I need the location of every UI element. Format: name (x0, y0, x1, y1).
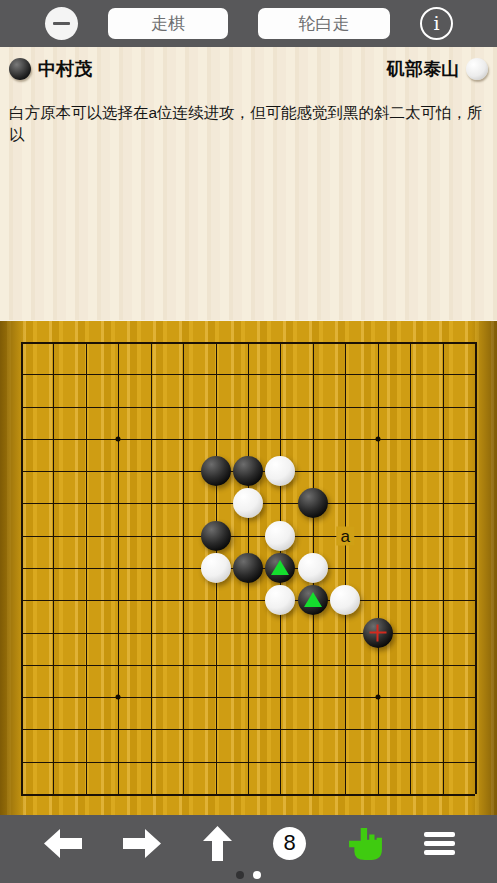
board-label-a: a (337, 526, 354, 545)
stone-black (233, 456, 263, 486)
white-player-name: 矶部泰山 (387, 57, 459, 81)
move-button[interactable]: 走棋 (108, 8, 228, 39)
hand-pointer-icon (348, 826, 383, 861)
stone-white (265, 521, 295, 551)
star-point (116, 436, 121, 441)
next-move-button[interactable] (123, 829, 161, 858)
up-button[interactable] (203, 826, 232, 861)
stone-white (265, 456, 295, 486)
turn-indicator-button[interactable]: 轮白走 (258, 8, 390, 39)
arrow-up-icon (203, 826, 232, 861)
bottom-toolbar: 8 (0, 815, 497, 883)
page-dot-active[interactable] (253, 871, 261, 879)
star-point (116, 695, 121, 700)
page-dots (0, 871, 497, 879)
star-point (375, 695, 380, 700)
stone-black (201, 521, 231, 551)
black-player-name: 中村茂 (38, 57, 92, 81)
star-point (375, 436, 380, 441)
info-icon: i (433, 14, 439, 33)
commentary-text: 白方原本可以选择在a位连续进攻，但可能感觉到黑的斜二太可怕，所以 (0, 90, 497, 146)
arrow-left-icon (44, 829, 82, 858)
move-number-badge: 8 (273, 827, 306, 860)
toolbar-icons: 8 (0, 815, 497, 861)
commentary-panel: 中村茂 矶部泰山 白方原本可以选择在a位连续进攻，但可能感觉到黑的斜二太可怕，所… (0, 47, 497, 320)
white-stone-icon (466, 58, 488, 80)
player-bar: 中村茂 矶部泰山 (0, 47, 497, 90)
grid-line-vertical (345, 342, 346, 794)
player-white: 矶部泰山 (387, 57, 488, 81)
stone-white (233, 488, 263, 518)
grid-line-horizontal (21, 697, 475, 698)
grid-line-vertical (443, 342, 444, 794)
stone-white (265, 585, 295, 615)
grid-line-vertical (378, 342, 379, 794)
stone-white (330, 585, 360, 615)
black-stone-icon (9, 58, 31, 80)
grid-line-horizontal (21, 729, 475, 730)
prev-move-button[interactable] (44, 829, 82, 858)
stone-black-triangle (298, 585, 328, 615)
cross-marker-icon (369, 624, 386, 641)
page-dot-inactive[interactable] (236, 871, 244, 879)
grid-line-horizontal (21, 794, 475, 796)
arrow-right-icon (123, 829, 161, 858)
triangle-marker-icon (271, 560, 289, 575)
stone-black-triangle (265, 553, 295, 583)
stone-black-cross (363, 618, 393, 648)
grid-line-horizontal (21, 762, 475, 763)
grid-line-horizontal (21, 633, 475, 634)
grid-line-vertical (410, 342, 411, 794)
stone-black (201, 456, 231, 486)
go-board[interactable]: a (0, 320, 497, 815)
minus-icon (53, 22, 70, 25)
stone-black (233, 553, 263, 583)
renju-app: 走棋 轮白走 i 中村茂 矶部泰山 白方原本可以选择在a位连续进攻，但可能感觉到… (0, 0, 497, 883)
menu-button[interactable] (424, 832, 455, 855)
minimize-button[interactable] (45, 7, 78, 40)
info-button[interactable]: i (420, 7, 453, 40)
player-black: 中村茂 (9, 57, 92, 81)
hamburger-menu-icon (424, 832, 455, 855)
play-hand-button[interactable] (348, 826, 383, 861)
move-number-button[interactable]: 8 (273, 827, 306, 860)
grid-line-horizontal (21, 600, 475, 601)
stone-white (201, 553, 231, 583)
triangle-marker-icon (304, 592, 322, 607)
top-bar: 走棋 轮白走 i (0, 0, 497, 47)
grid-line-horizontal (21, 665, 475, 666)
grid-line-vertical (475, 342, 477, 794)
stone-black (298, 488, 328, 518)
stone-white (298, 553, 328, 583)
